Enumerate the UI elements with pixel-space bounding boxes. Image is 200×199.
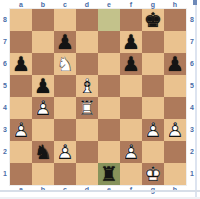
- black-pawn[interactable]: ♟: [54, 31, 76, 53]
- square-b4[interactable]: ♟♙: [32, 97, 54, 119]
- rank-label-7: 7: [0, 31, 10, 53]
- square-e1[interactable]: ♜: [98, 163, 120, 185]
- piece-glyph-outline: ♗: [76, 75, 98, 97]
- file-label-c: c: [54, 0, 76, 9]
- white-pawn[interactable]: ♟♙: [120, 141, 142, 163]
- rank-labels-left: 87654321: [0, 9, 10, 185]
- piece-glyph-outline: ♔: [142, 163, 164, 185]
- square-c8[interactable]: [54, 9, 76, 31]
- piece-glyph: ♟: [10, 53, 32, 75]
- piece-glyph: ♟: [164, 53, 186, 75]
- square-g4[interactable]: [142, 97, 164, 119]
- square-b8[interactable]: [32, 9, 54, 31]
- square-a7[interactable]: [10, 31, 32, 53]
- chess-board-panel: abcdefgh abcdefgh 87654321 87654321 ♚♟♟♟…: [0, 0, 200, 199]
- file-label-f: f: [120, 0, 142, 9]
- file-label-a: a: [10, 0, 32, 9]
- piece-glyph: ♚: [142, 9, 164, 31]
- square-d7[interactable]: [76, 31, 98, 53]
- square-a4[interactable]: [10, 97, 32, 119]
- file-label-d: d: [76, 0, 98, 9]
- rank-label-8: 8: [0, 9, 10, 31]
- square-f5[interactable]: [120, 75, 142, 97]
- square-f6[interactable]: ♟: [120, 53, 142, 75]
- piece-glyph: ♟: [54, 31, 76, 53]
- square-e7[interactable]: [98, 31, 120, 53]
- piece-glyph-outline: ♙: [54, 141, 76, 163]
- rank-label-3: 3: [0, 119, 10, 141]
- square-c3[interactable]: [54, 119, 76, 141]
- white-king[interactable]: ♚♔: [142, 163, 164, 185]
- square-b3[interactable]: [32, 119, 54, 141]
- square-d6[interactable]: [76, 53, 98, 75]
- square-d5[interactable]: ♝♗: [76, 75, 98, 97]
- square-g3[interactable]: ♟♙: [142, 119, 164, 141]
- panel-border-bottom: [0, 190, 200, 192]
- square-b5[interactable]: ♟: [32, 75, 54, 97]
- piece-glyph-outline: ♙: [164, 119, 186, 141]
- square-f3[interactable]: [120, 119, 142, 141]
- square-e6[interactable]: [98, 53, 120, 75]
- piece-glyph-outline: ♖: [76, 97, 98, 119]
- panel-border-right: [195, 0, 197, 199]
- square-c6[interactable]: ♞♘: [54, 53, 76, 75]
- piece-glyph: ♜: [98, 163, 120, 185]
- file-label-e: e: [98, 0, 120, 9]
- square-a3[interactable]: ♟♙: [10, 119, 32, 141]
- square-g7[interactable]: [142, 31, 164, 53]
- white-pawn[interactable]: ♟♙: [142, 119, 164, 141]
- square-d3[interactable]: [76, 119, 98, 141]
- square-h1[interactable]: [164, 163, 186, 185]
- piece-glyph: ♟: [120, 31, 142, 53]
- square-g2[interactable]: [142, 141, 164, 163]
- square-a2[interactable]: [10, 141, 32, 163]
- square-b7[interactable]: [32, 31, 54, 53]
- square-f8[interactable]: [120, 9, 142, 31]
- rank-label-6: 6: [0, 53, 10, 75]
- piece-glyph-outline: ♙: [142, 119, 164, 141]
- white-pawn[interactable]: ♟♙: [164, 119, 186, 141]
- white-pawn[interactable]: ♟♙: [10, 119, 32, 141]
- square-h2[interactable]: [164, 141, 186, 163]
- square-h4[interactable]: [164, 97, 186, 119]
- white-rook[interactable]: ♜♖: [76, 97, 98, 119]
- square-e5[interactable]: [98, 75, 120, 97]
- square-d4[interactable]: ♜♖: [76, 97, 98, 119]
- square-h3[interactable]: ♟♙: [164, 119, 186, 141]
- square-c5[interactable]: [54, 75, 76, 97]
- black-pawn[interactable]: ♟: [120, 31, 142, 53]
- black-pawn[interactable]: ♟: [120, 53, 142, 75]
- file-label-b: b: [32, 0, 54, 9]
- piece-glyph-outline: ♙: [120, 141, 142, 163]
- piece-glyph-outline: ♙: [10, 119, 32, 141]
- piece-glyph-outline: ♙: [32, 97, 54, 119]
- square-b1[interactable]: [32, 163, 54, 185]
- white-knight[interactable]: ♞♘: [54, 53, 76, 75]
- square-f4[interactable]: [120, 97, 142, 119]
- black-king[interactable]: ♚: [142, 9, 164, 31]
- square-a5[interactable]: [10, 75, 32, 97]
- piece-glyph: ♟: [120, 53, 142, 75]
- square-c4[interactable]: [54, 97, 76, 119]
- square-f2[interactable]: ♟♙: [120, 141, 142, 163]
- rank-label-2: 2: [0, 141, 10, 163]
- square-h7[interactable]: [164, 31, 186, 53]
- square-c7[interactable]: ♟: [54, 31, 76, 53]
- square-g1[interactable]: ♚♔: [142, 163, 164, 185]
- square-h8[interactable]: [164, 9, 186, 31]
- square-e4[interactable]: [98, 97, 120, 119]
- square-e2[interactable]: [98, 141, 120, 163]
- rank-label-1: 1: [0, 163, 10, 185]
- square-d2[interactable]: [76, 141, 98, 163]
- square-b2[interactable]: ♞: [32, 141, 54, 163]
- panel-edge-bottom: [0, 197, 200, 199]
- square-e8[interactable]: [98, 9, 120, 31]
- square-a1[interactable]: [10, 163, 32, 185]
- square-g8[interactable]: ♚: [142, 9, 164, 31]
- square-a6[interactable]: ♟: [10, 53, 32, 75]
- rank-label-4: 4: [0, 97, 10, 119]
- file-label-h: h: [164, 0, 186, 9]
- square-h5[interactable]: [164, 75, 186, 97]
- white-bishop[interactable]: ♝♗: [76, 75, 98, 97]
- chess-board[interactable]: ♚♟♟♟♞♘♟♟♟♝♗♟♙♜♖♟♙♟♙♟♙♞♟♙♟♙♜♚♔: [10, 9, 186, 185]
- white-pawn[interactable]: ♟♙: [32, 97, 54, 119]
- black-knight[interactable]: ♞: [32, 141, 54, 163]
- black-rook[interactable]: ♜: [98, 163, 120, 185]
- square-h6[interactable]: ♟: [164, 53, 186, 75]
- piece-glyph: ♞: [32, 141, 54, 163]
- square-f7[interactable]: ♟: [120, 31, 142, 53]
- square-g5[interactable]: [142, 75, 164, 97]
- white-pawn[interactable]: ♟♙: [54, 141, 76, 163]
- black-pawn[interactable]: ♟: [10, 53, 32, 75]
- square-b6[interactable]: [32, 53, 54, 75]
- square-d1[interactable]: [76, 163, 98, 185]
- square-c1[interactable]: [54, 163, 76, 185]
- square-g6[interactable]: [142, 53, 164, 75]
- piece-glyph: ♟: [32, 75, 54, 97]
- square-a8[interactable]: [10, 9, 32, 31]
- black-pawn[interactable]: ♟: [164, 53, 186, 75]
- rank-label-5: 5: [0, 75, 10, 97]
- square-e3[interactable]: [98, 119, 120, 141]
- square-f1[interactable]: [120, 163, 142, 185]
- piece-glyph-outline: ♘: [54, 53, 76, 75]
- scrollbar-stub: [193, 0, 197, 5]
- square-c2[interactable]: ♟♙: [54, 141, 76, 163]
- black-pawn[interactable]: ♟: [32, 75, 54, 97]
- square-d8[interactable]: [76, 9, 98, 31]
